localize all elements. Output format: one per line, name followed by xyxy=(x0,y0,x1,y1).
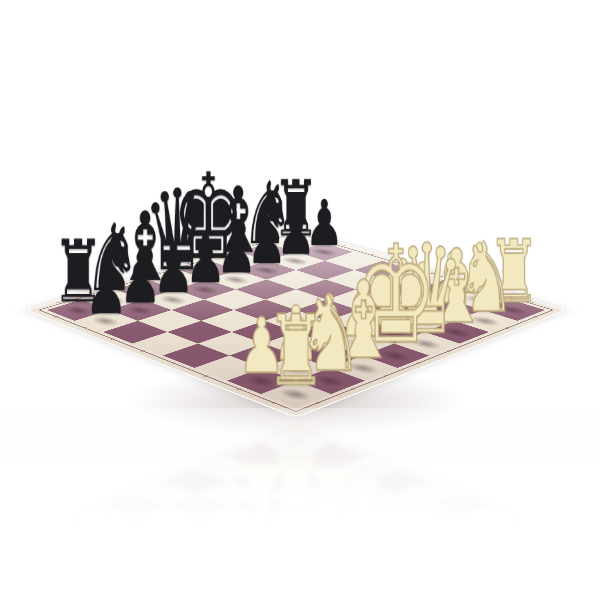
coordinate-label: 5 xyxy=(139,350,147,353)
coordinate-label: 7 xyxy=(80,327,87,330)
piece-glyph: ♟ xyxy=(85,254,128,324)
coordinate-label: g xyxy=(505,327,512,330)
coordinate-label: e xyxy=(446,350,453,353)
coordinate-label: b xyxy=(349,388,357,391)
piece-glyph: ♜ xyxy=(266,302,326,399)
coordinate-label: f xyxy=(476,338,482,340)
board-grid: ♜♟♟♜♞♟♟♞♝♟♟♝♚♟♟♛♛♟♟♚♝♟♟♝♞♟♟♞♜♟♟♜ xyxy=(47,235,545,408)
product-photo: ♜♟♟♜♞♟♟♞♝♟♟♝♚♟♟♛♛♟♟♚♝♟♟♝♞♟♟♞♜♟♟♜hh88gg77… xyxy=(0,0,600,600)
coordinate-label: 4 xyxy=(170,362,178,365)
coordinate-label: a xyxy=(315,401,323,404)
coordinate-label: 2 xyxy=(235,388,243,391)
coordinate-label: 1 xyxy=(269,401,277,404)
coordinate-label: 8 xyxy=(52,316,59,318)
coordinate-label: 6 xyxy=(109,338,116,341)
coordinate-label: d xyxy=(415,362,422,365)
reflection-fade xyxy=(0,408,600,600)
chess-board: ♜♟♟♜♞♟♟♞♝♟♟♝♚♟♟♛♛♟♟♚♝♟♟♝♞♟♟♞♜♟♟♜hh88gg77… xyxy=(27,229,564,416)
coordinate-label: h xyxy=(533,316,540,318)
coordinate-label: c xyxy=(382,375,389,378)
vinyl-mat: ♜♟♟♜♞♟♟♞♝♟♟♝♚♟♟♛♛♟♟♚♝♟♟♝♞♟♟♞♜♟♟♜hh88gg77… xyxy=(27,229,564,416)
coordinate-label: 3 xyxy=(202,375,210,378)
